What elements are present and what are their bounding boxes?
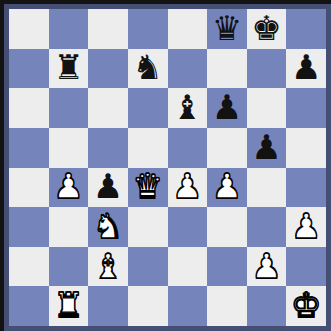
square-f1[interactable] bbox=[207, 286, 247, 326]
square-d2[interactable] bbox=[128, 247, 168, 287]
square-a6[interactable] bbox=[9, 88, 49, 128]
square-e8[interactable] bbox=[168, 9, 208, 49]
square-f2[interactable] bbox=[207, 247, 247, 287]
piece-black-queen[interactable]: ♛ bbox=[212, 11, 242, 45]
square-e3[interactable] bbox=[168, 207, 208, 247]
square-g5[interactable]: ♟ bbox=[247, 128, 287, 168]
board-frame-inner: ♛♚♜♞♟♝♟♟♟♟♛♟♟♞♟♝♟♜♚ bbox=[4, 4, 331, 331]
piece-black-pawn[interactable]: ♟ bbox=[291, 50, 321, 84]
square-g2[interactable]: ♟ bbox=[247, 247, 287, 287]
square-d1[interactable] bbox=[128, 286, 168, 326]
square-b4[interactable]: ♟ bbox=[49, 168, 89, 208]
piece-white-rook[interactable]: ♜ bbox=[53, 288, 83, 322]
square-a8[interactable] bbox=[9, 9, 49, 49]
square-d6[interactable] bbox=[128, 88, 168, 128]
square-d4[interactable]: ♛ bbox=[128, 168, 168, 208]
square-b3[interactable] bbox=[49, 207, 89, 247]
square-f4[interactable]: ♟ bbox=[207, 168, 247, 208]
piece-white-king[interactable]: ♚ bbox=[291, 288, 321, 322]
square-g4[interactable] bbox=[247, 168, 287, 208]
piece-white-bishop[interactable]: ♝ bbox=[93, 249, 123, 283]
square-e7[interactable] bbox=[168, 49, 208, 89]
square-c3[interactable]: ♞ bbox=[88, 207, 128, 247]
piece-white-pawn[interactable]: ♟ bbox=[53, 169, 83, 203]
square-g6[interactable] bbox=[247, 88, 287, 128]
square-a7[interactable] bbox=[9, 49, 49, 89]
square-h8[interactable] bbox=[286, 9, 326, 49]
square-h4[interactable] bbox=[286, 168, 326, 208]
piece-black-king[interactable]: ♚ bbox=[251, 11, 281, 45]
piece-white-pawn[interactable]: ♟ bbox=[212, 169, 242, 203]
piece-black-pawn[interactable]: ♟ bbox=[93, 169, 123, 203]
piece-black-rook[interactable]: ♜ bbox=[53, 50, 83, 84]
square-e4[interactable]: ♟ bbox=[168, 168, 208, 208]
square-e5[interactable] bbox=[168, 128, 208, 168]
piece-black-knight[interactable]: ♞ bbox=[132, 50, 162, 84]
square-h2[interactable] bbox=[286, 247, 326, 287]
square-b2[interactable] bbox=[49, 247, 89, 287]
square-d3[interactable] bbox=[128, 207, 168, 247]
piece-white-pawn[interactable]: ♟ bbox=[172, 169, 202, 203]
square-c1[interactable] bbox=[88, 286, 128, 326]
square-b6[interactable] bbox=[49, 88, 89, 128]
square-g1[interactable] bbox=[247, 286, 287, 326]
square-h6[interactable] bbox=[286, 88, 326, 128]
square-g8[interactable]: ♚ bbox=[247, 9, 287, 49]
square-h3[interactable]: ♟ bbox=[286, 207, 326, 247]
square-f6[interactable]: ♟ bbox=[207, 88, 247, 128]
square-b8[interactable] bbox=[49, 9, 89, 49]
piece-white-queen[interactable]: ♛ bbox=[132, 169, 162, 203]
square-f8[interactable]: ♛ bbox=[207, 9, 247, 49]
square-c7[interactable] bbox=[88, 49, 128, 89]
board-frame-outer: ♛♚♜♞♟♝♟♟♟♟♛♟♟♞♟♝♟♜♚ bbox=[0, 0, 331, 331]
square-c6[interactable] bbox=[88, 88, 128, 128]
piece-white-pawn[interactable]: ♟ bbox=[291, 209, 321, 243]
square-b5[interactable] bbox=[49, 128, 89, 168]
square-b7[interactable]: ♜ bbox=[49, 49, 89, 89]
square-f5[interactable] bbox=[207, 128, 247, 168]
square-h1[interactable]: ♚ bbox=[286, 286, 326, 326]
square-f3[interactable] bbox=[207, 207, 247, 247]
square-d8[interactable] bbox=[128, 9, 168, 49]
square-d5[interactable] bbox=[128, 128, 168, 168]
square-g3[interactable] bbox=[247, 207, 287, 247]
square-c2[interactable]: ♝ bbox=[88, 247, 128, 287]
square-a1[interactable] bbox=[9, 286, 49, 326]
square-a3[interactable] bbox=[9, 207, 49, 247]
square-a5[interactable] bbox=[9, 128, 49, 168]
square-c5[interactable] bbox=[88, 128, 128, 168]
square-h5[interactable] bbox=[286, 128, 326, 168]
square-c4[interactable]: ♟ bbox=[88, 168, 128, 208]
square-h7[interactable]: ♟ bbox=[286, 49, 326, 89]
square-g7[interactable] bbox=[247, 49, 287, 89]
square-e2[interactable] bbox=[168, 247, 208, 287]
square-c8[interactable] bbox=[88, 9, 128, 49]
piece-black-bishop[interactable]: ♝ bbox=[172, 90, 202, 124]
square-a4[interactable] bbox=[9, 168, 49, 208]
chess-board: ♛♚♜♞♟♝♟♟♟♟♛♟♟♞♟♝♟♜♚ bbox=[9, 9, 326, 326]
square-e1[interactable] bbox=[168, 286, 208, 326]
square-d7[interactable]: ♞ bbox=[128, 49, 168, 89]
square-e6[interactable]: ♝ bbox=[168, 88, 208, 128]
piece-white-pawn[interactable]: ♟ bbox=[251, 249, 281, 283]
square-b1[interactable]: ♜ bbox=[49, 286, 89, 326]
piece-black-pawn[interactable]: ♟ bbox=[212, 90, 242, 124]
piece-white-knight[interactable]: ♞ bbox=[93, 209, 123, 243]
square-f7[interactable] bbox=[207, 49, 247, 89]
piece-black-pawn[interactable]: ♟ bbox=[251, 130, 281, 164]
square-a2[interactable] bbox=[9, 247, 49, 287]
